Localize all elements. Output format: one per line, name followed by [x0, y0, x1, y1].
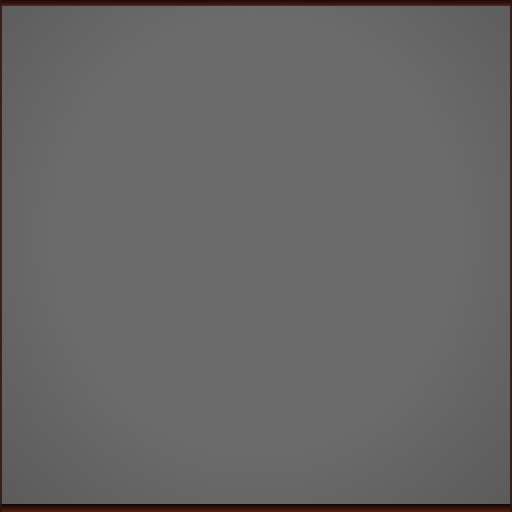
- chess-app-window: [0, 0, 512, 512]
- chess-board: [0, 0, 512, 512]
